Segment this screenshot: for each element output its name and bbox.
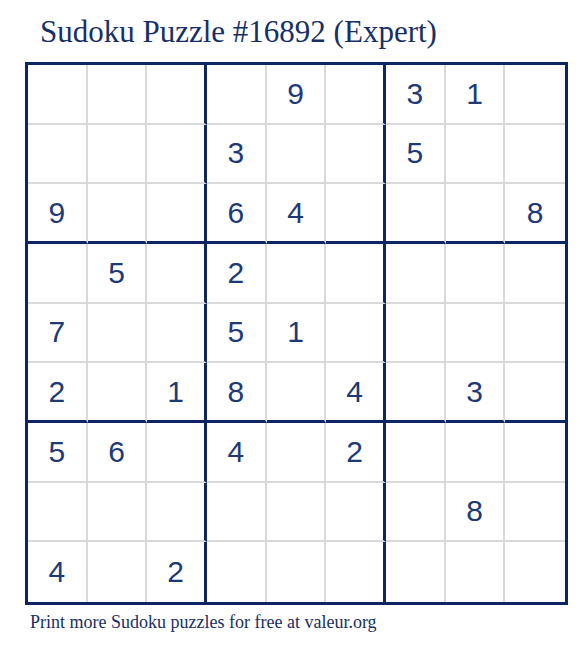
cell-r3c1: 9	[28, 184, 88, 244]
cell-r6c8: 3	[446, 363, 506, 423]
cell-r1c2	[88, 65, 148, 125]
cell-r5c5: 1	[267, 304, 327, 364]
cell-r7c2: 6	[88, 423, 148, 483]
cell-r3c9: 8	[505, 184, 565, 244]
cell-r9c6	[326, 542, 386, 602]
cell-r7c6: 2	[326, 423, 386, 483]
cell-r7c5	[267, 423, 327, 483]
cell-r2c2	[88, 125, 148, 185]
cell-r7c3	[147, 423, 207, 483]
cell-r3c6	[326, 184, 386, 244]
cell-r5c9	[505, 304, 565, 364]
cell-r7c8	[446, 423, 506, 483]
cell-r7c1: 5	[28, 423, 88, 483]
cell-r6c2	[88, 363, 148, 423]
cell-r8c5	[267, 483, 327, 543]
cell-r8c3	[147, 483, 207, 543]
cell-r8c2	[88, 483, 148, 543]
cell-r5c3	[147, 304, 207, 364]
cell-r8c4	[207, 483, 267, 543]
cell-r3c3	[147, 184, 207, 244]
cell-r1c7: 3	[386, 65, 446, 125]
cell-r9c3: 2	[147, 542, 207, 602]
cell-r8c9	[505, 483, 565, 543]
cell-r4c3	[147, 244, 207, 304]
cell-r1c4	[207, 65, 267, 125]
cell-r2c3	[147, 125, 207, 185]
cell-r9c2	[88, 542, 148, 602]
sudoku-board: 93135964852751218435642842	[25, 62, 568, 605]
cell-r1c6	[326, 65, 386, 125]
cell-r4c7	[386, 244, 446, 304]
cell-r3c7	[386, 184, 446, 244]
cell-r9c7	[386, 542, 446, 602]
cell-r8c7	[386, 483, 446, 543]
cell-r2c7: 5	[386, 125, 446, 185]
cell-r6c1: 2	[28, 363, 88, 423]
cell-r6c7	[386, 363, 446, 423]
cell-r5c7	[386, 304, 446, 364]
cell-r1c5: 9	[267, 65, 327, 125]
cell-r9c9	[505, 542, 565, 602]
cell-r8c6	[326, 483, 386, 543]
cell-r6c6: 4	[326, 363, 386, 423]
cell-r6c5	[267, 363, 327, 423]
cell-r9c5	[267, 542, 327, 602]
cell-r1c3	[147, 65, 207, 125]
cell-r2c5	[267, 125, 327, 185]
cell-r5c1: 7	[28, 304, 88, 364]
cell-r4c5	[267, 244, 327, 304]
cell-r4c9	[505, 244, 565, 304]
cell-r1c1	[28, 65, 88, 125]
cell-r4c8	[446, 244, 506, 304]
cell-r8c8: 8	[446, 483, 506, 543]
cell-r2c4: 3	[207, 125, 267, 185]
cell-r4c4: 2	[207, 244, 267, 304]
cell-r3c5: 4	[267, 184, 327, 244]
cell-r6c3: 1	[147, 363, 207, 423]
cell-r7c7	[386, 423, 446, 483]
cell-r2c8	[446, 125, 506, 185]
cell-r5c6	[326, 304, 386, 364]
cell-r9c8	[446, 542, 506, 602]
cell-r3c4: 6	[207, 184, 267, 244]
cell-r4c2: 5	[88, 244, 148, 304]
cell-r4c1	[28, 244, 88, 304]
cell-r9c1: 4	[28, 542, 88, 602]
cell-r2c6	[326, 125, 386, 185]
cell-r6c9	[505, 363, 565, 423]
cell-r1c8: 1	[446, 65, 506, 125]
cell-r2c9	[505, 125, 565, 185]
page-title: Sudoku Puzzle #16892 (Expert)	[40, 14, 437, 50]
cell-r3c8	[446, 184, 506, 244]
cell-r5c8	[446, 304, 506, 364]
cell-r5c4: 5	[207, 304, 267, 364]
cell-r4c6	[326, 244, 386, 304]
cell-r7c9	[505, 423, 565, 483]
cell-r6c4: 8	[207, 363, 267, 423]
cell-r1c9	[505, 65, 565, 125]
cell-r7c4: 4	[207, 423, 267, 483]
cell-r5c2	[88, 304, 148, 364]
cell-r3c2	[88, 184, 148, 244]
cell-r9c4	[207, 542, 267, 602]
cell-r2c1	[28, 125, 88, 185]
cell-r8c1	[28, 483, 88, 543]
footer-text: Print more Sudoku puzzles for free at va…	[30, 612, 377, 633]
